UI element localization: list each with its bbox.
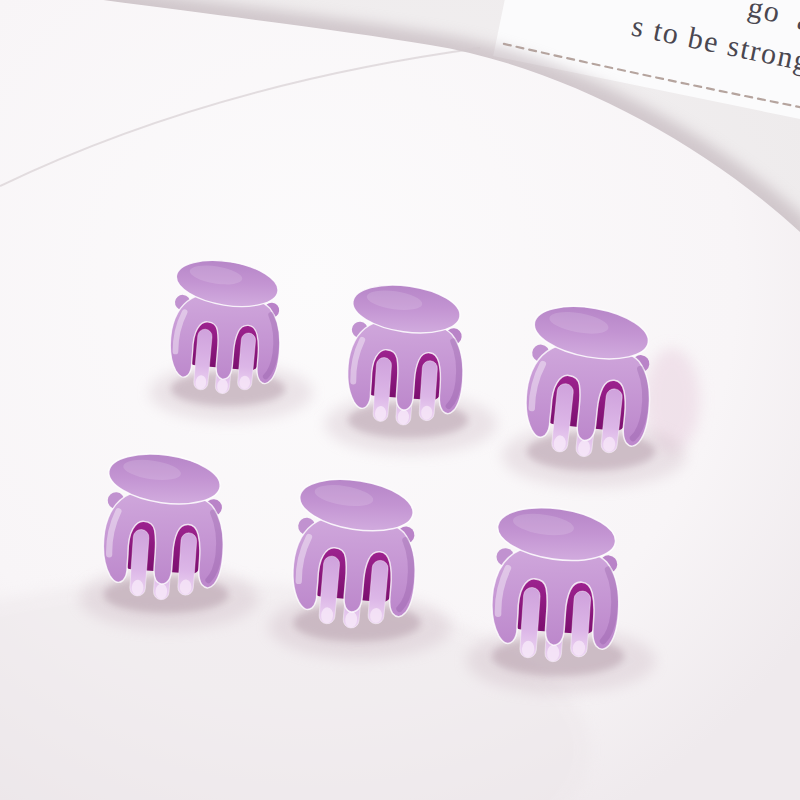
hair-clip-2 [343,278,469,428]
product-photo-scene: s to be strong go a [0,0,800,800]
hair-clip-6 [487,501,626,667]
hair-clip-4 [99,447,230,604]
